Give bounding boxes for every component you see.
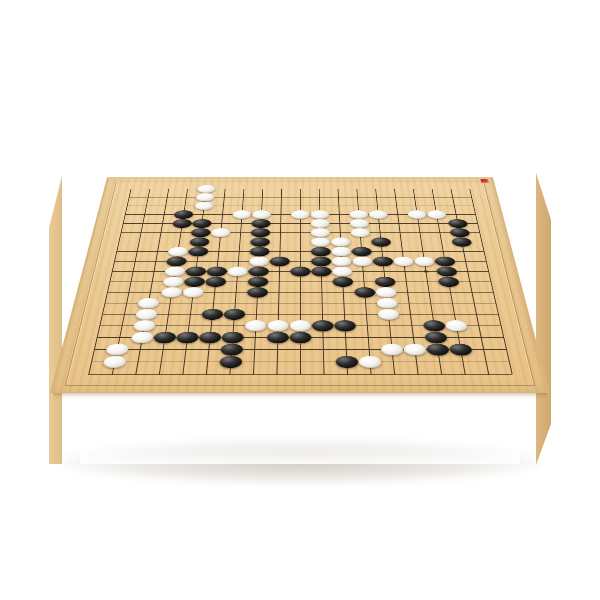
- white-stone: [375, 287, 397, 297]
- white-stone: [289, 320, 310, 331]
- black-stone: [449, 228, 470, 237]
- black-stone: [183, 277, 205, 287]
- black-stone: [334, 320, 356, 331]
- white-stone: [130, 332, 154, 343]
- white-stone: [350, 228, 370, 237]
- black-stone: [249, 247, 269, 256]
- white-stone: [352, 256, 373, 266]
- white-stone: [160, 287, 182, 297]
- white-stone: [182, 287, 204, 297]
- maker-seal: [479, 179, 489, 183]
- white-stone: [244, 320, 266, 331]
- white-stone: [358, 356, 381, 368]
- white-stone: [227, 266, 248, 276]
- white-stone: [380, 343, 403, 355]
- white-stone: [267, 320, 289, 331]
- board-perspective-wrap: [50, 177, 550, 393]
- black-stone: [372, 256, 393, 266]
- black-stone: [220, 343, 243, 355]
- black-stone: [250, 228, 270, 237]
- white-stone: [368, 210, 388, 218]
- white-stone: [162, 277, 184, 287]
- white-stone: [393, 256, 414, 266]
- black-stone: [206, 266, 227, 276]
- grid-line-h: [88, 374, 512, 375]
- black-stone: [221, 332, 244, 343]
- black-stone: [426, 343, 450, 355]
- black-stone: [165, 256, 186, 266]
- black-stone: [289, 332, 311, 343]
- white-stone: [167, 247, 188, 256]
- white-stone: [251, 210, 270, 218]
- black-stone: [247, 277, 268, 287]
- white-stone: [210, 228, 230, 237]
- white-stone: [349, 219, 369, 228]
- white-stone: [331, 247, 351, 256]
- black-stone: [172, 219, 192, 228]
- black-stone: [451, 237, 472, 246]
- white-stone: [194, 202, 213, 210]
- box-front-glare: [80, 438, 520, 464]
- black-stone: [189, 237, 209, 246]
- white-stone: [310, 228, 329, 237]
- white-stone: [132, 320, 155, 331]
- black-stone: [269, 256, 289, 266]
- white-stone: [377, 309, 399, 320]
- star-point: [423, 270, 428, 272]
- black-stone: [185, 266, 206, 276]
- black-stone: [447, 219, 468, 228]
- black-stone: [311, 266, 331, 276]
- black-stone: [424, 332, 447, 343]
- white-stone: [349, 210, 368, 218]
- white-stone: [310, 219, 329, 228]
- black-stone: [190, 228, 210, 237]
- black-stone: [332, 277, 353, 287]
- black-stone: [422, 320, 445, 331]
- black-stone: [192, 219, 212, 228]
- white-stone: [196, 185, 215, 193]
- white-stone: [330, 237, 350, 246]
- white-stone: [249, 256, 269, 266]
- black-stone: [448, 343, 472, 355]
- white-stone: [105, 343, 129, 355]
- white-stone: [310, 237, 330, 246]
- black-stone: [434, 256, 455, 266]
- black-stone: [201, 309, 223, 320]
- black-stone: [266, 332, 288, 343]
- black-stone: [312, 320, 334, 331]
- black-stone: [354, 287, 375, 297]
- white-stone: [232, 210, 251, 218]
- black-stone: [205, 277, 226, 287]
- black-stone: [250, 237, 270, 246]
- white-stone: [413, 256, 434, 266]
- white-stone: [331, 256, 351, 266]
- white-stone: [134, 309, 157, 320]
- black-stone: [335, 356, 358, 368]
- white-stone: [137, 298, 160, 309]
- white-stone: [376, 298, 398, 309]
- white-stone: [310, 210, 329, 218]
- black-stone: [436, 266, 458, 276]
- black-stone: [247, 287, 268, 297]
- white-stone: [332, 266, 353, 276]
- black-stone: [173, 210, 193, 218]
- photo-scene: [0, 0, 600, 600]
- black-stone: [311, 247, 331, 256]
- white-stone: [426, 210, 446, 218]
- black-stone: [351, 247, 371, 256]
- black-stone: [198, 332, 221, 343]
- white-stone: [102, 356, 127, 368]
- white-stone: [195, 193, 214, 201]
- black-stone: [374, 277, 395, 287]
- black-stone: [437, 277, 459, 287]
- black-stone: [153, 332, 176, 343]
- white-stone: [291, 210, 310, 218]
- go-board: [50, 177, 550, 393]
- black-stone: [175, 332, 198, 343]
- black-stone: [251, 219, 270, 228]
- black-stone: [290, 266, 310, 276]
- white-stone: [164, 266, 186, 276]
- white-stone: [407, 210, 427, 218]
- black-stone: [371, 237, 391, 246]
- black-stone: [219, 356, 242, 368]
- grid-line-h: [91, 362, 509, 363]
- black-stone: [188, 247, 209, 256]
- white-stone: [403, 343, 426, 355]
- black-stone: [248, 266, 269, 276]
- board-grid: [50, 177, 550, 393]
- black-stone: [223, 309, 245, 320]
- black-stone: [311, 256, 331, 266]
- white-stone: [444, 320, 467, 331]
